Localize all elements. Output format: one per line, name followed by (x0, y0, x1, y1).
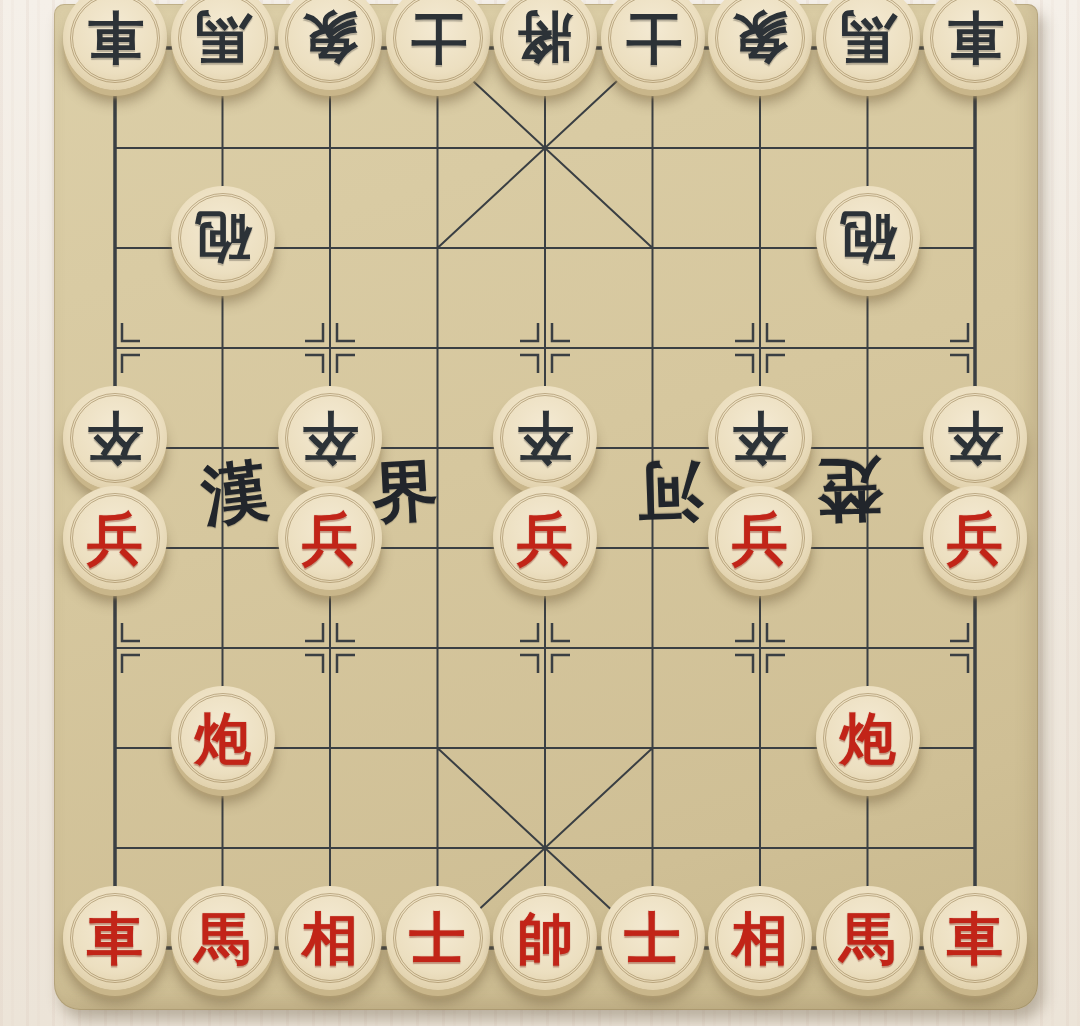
piece-character: 兵 (732, 510, 788, 566)
piece-character: 卒 (302, 410, 358, 466)
piece-character: 士 (410, 910, 466, 966)
piece-character: 卒 (732, 410, 788, 466)
piece-black-soldier[interactable]: 卒 (63, 386, 167, 490)
piece-character: 卒 (947, 410, 1003, 466)
piece-red-elephant[interactable]: 相 (278, 886, 382, 990)
piece-red-general[interactable]: 帥 (493, 886, 597, 990)
piece-character: 車 (947, 10, 1003, 66)
piece-character: 兵 (947, 510, 1003, 566)
piece-black-soldier[interactable]: 卒 (278, 386, 382, 490)
piece-character: 炮 (195, 710, 251, 766)
piece-black-cannon[interactable]: 砲 (171, 186, 275, 290)
river-text-han: 漢 (185, 443, 285, 543)
piece-character: 兵 (87, 510, 143, 566)
piece-character: 炮 (840, 710, 896, 766)
piece-character: 馬 (840, 10, 896, 66)
piece-character: 砲 (195, 210, 251, 266)
piece-red-chariot[interactable]: 車 (923, 886, 1027, 990)
piece-red-soldier[interactable]: 兵 (63, 486, 167, 590)
piece-character: 車 (87, 910, 143, 966)
piece-character: 相 (732, 910, 788, 966)
piece-character: 相 (302, 910, 358, 966)
piece-red-advisor[interactable]: 士 (386, 886, 490, 990)
piece-red-soldier[interactable]: 兵 (278, 486, 382, 590)
piece-red-chariot[interactable]: 車 (63, 886, 167, 990)
piece-character: 兵 (302, 510, 358, 566)
piece-character: 帥 (517, 910, 573, 966)
piece-red-horse[interactable]: 馬 (171, 886, 275, 990)
piece-character: 砲 (840, 210, 896, 266)
piece-black-soldier[interactable]: 卒 (923, 386, 1027, 490)
piece-character: 馬 (195, 910, 251, 966)
piece-character: 象 (732, 10, 788, 66)
piece-black-cannon[interactable]: 砲 (816, 186, 920, 290)
piece-red-horse[interactable]: 馬 (816, 886, 920, 990)
piece-red-cannon[interactable]: 炮 (171, 686, 275, 790)
piece-black-soldier[interactable]: 卒 (493, 386, 597, 490)
piece-character: 士 (410, 10, 466, 66)
piece-red-cannon[interactable]: 炮 (816, 686, 920, 790)
piece-red-elephant[interactable]: 相 (708, 886, 812, 990)
piece-character: 士 (625, 10, 681, 66)
piece-character: 馬 (840, 910, 896, 966)
piece-character: 車 (87, 10, 143, 66)
river-text-chu: 楚 (803, 444, 896, 537)
photo-scene: 漢 界 河 楚 車馬象士將士象馬車砲砲卒卒卒卒卒兵兵兵兵兵炮炮車馬相士帥士相馬車 (0, 0, 1080, 1026)
piece-red-soldier[interactable]: 兵 (708, 486, 812, 590)
river-text-he: 河 (623, 446, 716, 539)
piece-character: 士 (625, 910, 681, 966)
piece-character: 兵 (517, 510, 573, 566)
piece-character: 將 (517, 10, 573, 66)
piece-character: 車 (947, 910, 1003, 966)
piece-black-soldier[interactable]: 卒 (708, 386, 812, 490)
piece-character: 馬 (195, 10, 251, 66)
piece-character: 卒 (87, 410, 143, 466)
piece-red-advisor[interactable]: 士 (601, 886, 705, 990)
piece-red-soldier[interactable]: 兵 (493, 486, 597, 590)
piece-character: 卒 (517, 410, 573, 466)
piece-red-soldier[interactable]: 兵 (923, 486, 1027, 590)
piece-character: 象 (302, 10, 358, 66)
xiangqi-board: 漢 界 河 楚 車馬象士將士象馬車砲砲卒卒卒卒卒兵兵兵兵兵炮炮車馬相士帥士相馬車 (54, 4, 1038, 1010)
